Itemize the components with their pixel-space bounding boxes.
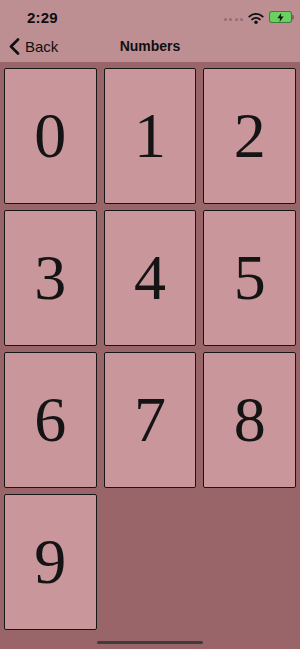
content-area: 0123456789 — [0, 62, 300, 649]
card-digit: 5 — [234, 246, 266, 310]
card-digit: 9 — [34, 530, 66, 594]
number-card-2[interactable]: 2 — [203, 68, 296, 204]
card-grid: 0123456789 — [4, 68, 296, 630]
back-button[interactable]: Back — [0, 38, 58, 55]
card-digit: 1 — [134, 104, 166, 168]
nav-bar: Back Numbers — [0, 30, 300, 62]
number-card-3[interactable]: 3 — [4, 210, 97, 346]
number-card-7[interactable]: 7 — [104, 352, 197, 488]
card-digit: 7 — [134, 388, 166, 452]
number-card-8[interactable]: 8 — [203, 352, 296, 488]
status-bar: 2:29 — [0, 0, 300, 30]
card-digit: 4 — [134, 246, 166, 310]
number-card-0[interactable]: 0 — [4, 68, 97, 204]
battery-charging-icon — [269, 11, 292, 23]
chevron-left-icon — [9, 38, 20, 55]
status-icons — [224, 11, 293, 24]
header: 2:29 Back Numbers — [0, 0, 300, 62]
card-digit: 2 — [234, 104, 266, 168]
status-time: 2:29 — [27, 9, 58, 26]
number-card-6[interactable]: 6 — [4, 352, 97, 488]
cellular-signal-icon — [224, 18, 244, 21]
back-label: Back — [25, 38, 58, 55]
home-indicator[interactable] — [97, 641, 203, 644]
wifi-icon — [248, 12, 264, 24]
card-digit: 6 — [34, 388, 66, 452]
number-card-9[interactable]: 9 — [4, 494, 97, 630]
card-digit: 8 — [234, 388, 266, 452]
number-card-5[interactable]: 5 — [203, 210, 296, 346]
number-card-1[interactable]: 1 — [104, 68, 197, 204]
card-digit: 0 — [34, 104, 66, 168]
card-digit: 3 — [34, 246, 66, 310]
number-card-4[interactable]: 4 — [104, 210, 197, 346]
